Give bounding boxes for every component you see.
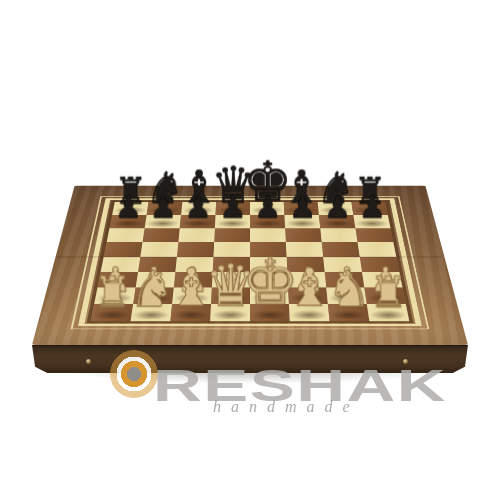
brand-subtitle: handmade bbox=[213, 398, 360, 416]
brand-o-logo-icon bbox=[110, 350, 158, 398]
brand-watermark: RESHAK handmade bbox=[0, 0, 500, 500]
product-photo-chess-set: ♜♞♝♛♚♝♞♜♟♟♟♟♟♟♟♟♟♟♟♟♟♟♟♟♜♞♝♛♚♝♞♜ RESHAK … bbox=[0, 0, 500, 500]
